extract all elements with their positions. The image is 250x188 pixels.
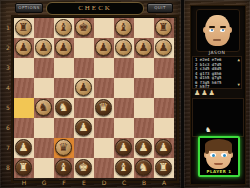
square-c3[interactable] [114, 58, 134, 78]
square-c5[interactable] [114, 98, 134, 118]
square-b1[interactable] [134, 18, 154, 38]
opponent-captured-tray: ♟♟♟ [194, 89, 240, 98]
black-rook[interactable]: ♜ [15, 159, 32, 176]
white-pawn[interactable]: ♟ [135, 39, 152, 56]
black-knight[interactable]: ♞ [135, 159, 152, 176]
square-a4[interactable] [154, 78, 174, 98]
chess-board[interactable]: ♜♝♚♝♜♟♟♟♟♟♟♟♟♞♞♛♟♟♛♟♟♟♜♝♚♝♞♜ [14, 18, 176, 178]
black-pawn[interactable]: ♟ [15, 139, 32, 156]
square-e1[interactable]: ♚ [74, 18, 94, 38]
file-label-a: A [154, 179, 174, 187]
rank-label-2: 2 [4, 38, 12, 58]
black-bishop[interactable]: ♝ [115, 159, 132, 176]
black-king[interactable]: ♚ [75, 159, 92, 176]
square-g7[interactable] [34, 138, 54, 158]
square-c4[interactable] [114, 78, 134, 98]
square-d8[interactable] [94, 158, 114, 178]
square-g5[interactable]: ♞ [34, 98, 54, 118]
square-f7[interactable]: ♛ [54, 138, 74, 158]
square-a3[interactable] [154, 58, 174, 78]
file-label-d: D [94, 179, 114, 187]
scroll-up-icon[interactable]: ▲ [238, 58, 240, 62]
white-pawn[interactable]: ♟ [35, 39, 52, 56]
black-pawn[interactable]: ♟ [75, 119, 92, 136]
black-bishop[interactable]: ♝ [55, 159, 72, 176]
title-bar: OPTIONS CHECK QUIT [0, 0, 181, 15]
rank-label-1: 1 [4, 18, 12, 38]
square-e7[interactable] [74, 138, 94, 158]
square-b8[interactable]: ♞ [134, 158, 154, 178]
square-f8[interactable]: ♝ [54, 158, 74, 178]
square-d2[interactable]: ♟ [94, 38, 114, 58]
file-label-e: E [74, 179, 94, 187]
square-c7[interactable]: ♟ [114, 138, 134, 158]
scroll-down-icon[interactable]: ▼ [238, 83, 240, 87]
square-g4[interactable] [34, 78, 54, 98]
square-c1[interactable]: ♝ [114, 18, 134, 38]
rank-label-6: 6 [4, 118, 12, 138]
square-a1[interactable]: ♜ [154, 18, 174, 38]
white-pawn[interactable]: ♟ [155, 39, 172, 56]
square-e8[interactable]: ♚ [74, 158, 94, 178]
white-bishop[interactable]: ♝ [115, 19, 132, 36]
square-h7[interactable]: ♟ [14, 138, 34, 158]
board-frame: ♜♝♚♝♜♟♟♟♟♟♟♟♟♞♞♛♟♟♛♟♟♟♜♝♚♝♞♜ [13, 17, 177, 181]
square-a8[interactable]: ♜ [154, 158, 174, 178]
square-h8[interactable]: ♜ [14, 158, 34, 178]
square-h6[interactable] [14, 118, 34, 138]
square-g8[interactable] [34, 158, 54, 178]
square-g2[interactable]: ♟ [34, 38, 54, 58]
square-h5[interactable] [14, 98, 34, 118]
file-label-b: B [134, 179, 154, 187]
square-d6[interactable] [94, 118, 114, 138]
square-f4[interactable] [54, 78, 74, 98]
game-status-title: CHECK [46, 2, 144, 15]
black-pawn[interactable]: ♟ [115, 139, 132, 156]
opponent-name: JASON [190, 50, 244, 55]
square-f3[interactable] [54, 58, 74, 78]
square-a7[interactable]: ♟ [154, 138, 174, 158]
white-queen[interactable]: ♛ [55, 139, 72, 156]
move-lines: 1 e2e4 e7e62 b1c3 d7d53 c3d5 d8d54 g1f3 … [195, 58, 240, 90]
square-c2[interactable]: ♟ [114, 38, 134, 58]
square-b4[interactable] [134, 78, 154, 98]
square-e6[interactable]: ♟ [74, 118, 94, 138]
square-b3[interactable] [134, 58, 154, 78]
square-h3[interactable] [14, 58, 34, 78]
black-queen[interactable]: ♛ [95, 99, 112, 116]
square-b5[interactable] [134, 98, 154, 118]
square-d4[interactable] [94, 78, 114, 98]
square-e5[interactable] [74, 98, 94, 118]
file-label-c: C [114, 179, 134, 187]
white-pawn[interactable]: ♟ [55, 39, 72, 56]
captured-piece-icon: ♞ [205, 127, 211, 134]
square-d7[interactable] [94, 138, 114, 158]
black-knight[interactable]: ♞ [55, 99, 72, 116]
black-pawn[interactable]: ♟ [155, 139, 172, 156]
square-f2[interactable]: ♟ [54, 38, 74, 58]
square-a5[interactable] [154, 98, 174, 118]
square-e4[interactable]: ♟ [74, 78, 94, 98]
square-e2[interactable] [74, 38, 94, 58]
square-e3[interactable] [74, 58, 94, 78]
rank-labels: 12345678 [4, 18, 12, 178]
opponent-avatar [196, 9, 240, 52]
square-h4[interactable] [14, 78, 34, 98]
square-h1[interactable]: ♜ [14, 18, 34, 38]
white-pawn[interactable]: ♟ [115, 39, 132, 56]
square-f5[interactable]: ♞ [54, 98, 74, 118]
rank-label-8: 8 [4, 158, 12, 178]
white-pawn[interactable]: ♟ [75, 79, 92, 96]
file-labels: HGFEDCBA [14, 179, 174, 187]
square-d3[interactable] [94, 58, 114, 78]
square-b2[interactable]: ♟ [134, 38, 154, 58]
quit-button[interactable]: QUIT [147, 3, 173, 13]
white-pawn[interactable]: ♟ [15, 39, 32, 56]
player-captured-tray: ♞ [192, 98, 244, 137]
rank-label-5: 5 [4, 98, 12, 118]
white-knight[interactable]: ♞ [35, 99, 52, 116]
options-button[interactable]: OPTIONS [15, 3, 43, 13]
square-f1[interactable]: ♝ [54, 18, 74, 38]
square-a2[interactable]: ♟ [154, 38, 174, 58]
white-king[interactable]: ♚ [75, 19, 92, 36]
square-f6[interactable] [54, 118, 74, 138]
square-g1[interactable] [34, 18, 54, 38]
square-g6[interactable] [34, 118, 54, 138]
square-b7[interactable]: ♟ [134, 138, 154, 158]
white-rook[interactable]: ♜ [15, 19, 32, 36]
square-g3[interactable] [34, 58, 54, 78]
square-d5[interactable]: ♛ [94, 98, 114, 118]
square-c6[interactable] [114, 118, 134, 138]
move-list[interactable]: 1 e2e4 e7e62 b1c3 d7d53 c3d5 d8d54 g1f3 … [192, 56, 242, 89]
white-bishop[interactable]: ♝ [55, 19, 72, 36]
rank-label-3: 3 [4, 58, 12, 78]
board-panel: OPTIONS CHECK QUIT 12345678 ♜♝♚♝♜♟♟♟♟♟♟♟… [0, 0, 181, 188]
square-a6[interactable] [154, 118, 174, 138]
square-b6[interactable] [134, 118, 154, 138]
white-rook[interactable]: ♜ [155, 19, 172, 36]
rank-label-7: 7 [4, 138, 12, 158]
rank-label-4: 4 [4, 78, 12, 98]
square-c8[interactable]: ♝ [114, 158, 134, 178]
black-rook[interactable]: ♜ [155, 159, 172, 176]
square-h2[interactable]: ♟ [14, 38, 34, 58]
square-d1[interactable] [94, 18, 114, 38]
file-label-f: F [54, 179, 74, 187]
file-label-g: G [34, 179, 54, 187]
black-pawn[interactable]: ♟ [135, 139, 152, 156]
white-pawn[interactable]: ♟ [95, 39, 112, 56]
player-avatar: PLAYER 1 [198, 136, 240, 177]
player-name-label: PLAYER 1 [200, 169, 238, 174]
file-label-h: H [14, 179, 34, 187]
